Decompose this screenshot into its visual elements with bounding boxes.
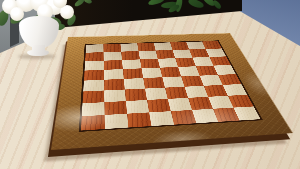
scene bbox=[0, 0, 300, 169]
square-b1 bbox=[105, 114, 129, 129]
square-a1 bbox=[81, 115, 105, 131]
vase-foot bbox=[27, 50, 49, 56]
square-c1 bbox=[127, 112, 151, 127]
playing-area bbox=[79, 40, 263, 132]
